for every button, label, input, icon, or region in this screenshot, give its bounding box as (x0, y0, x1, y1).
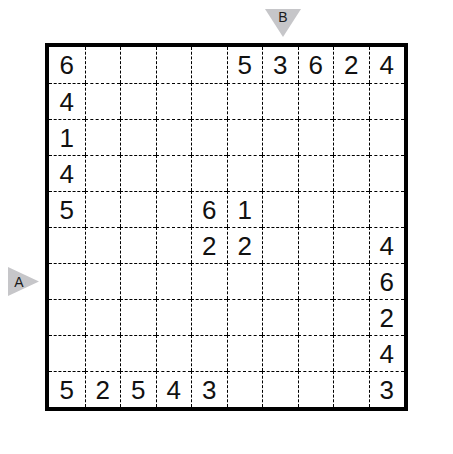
puzzle-diagram: B A 653624414561224624525433 (0, 0, 453, 454)
cell-r10c8[interactable] (298, 371, 334, 407)
clue-number: 4 (167, 377, 181, 403)
clue-number: 5 (238, 52, 252, 78)
cell-r10c2[interactable]: 2 (85, 371, 121, 407)
cell-r8c1[interactable] (49, 299, 85, 335)
clue-number: 3 (380, 377, 394, 403)
cell-r8c2[interactable] (85, 299, 121, 335)
cell-r3c6[interactable] (227, 119, 263, 155)
clue-number: 6 (309, 52, 323, 78)
cell-r10c3[interactable]: 5 (120, 371, 156, 407)
cell-r9c6[interactable] (227, 335, 263, 371)
cell-r7c4[interactable] (156, 263, 192, 299)
clue-number: 4 (380, 52, 394, 78)
cell-r8c5[interactable] (191, 299, 227, 335)
clue-number: 2 (96, 377, 110, 403)
cell-r5c2[interactable] (85, 191, 121, 227)
cell-r6c5[interactable]: 2 (191, 227, 227, 263)
cell-r7c10[interactable]: 6 (369, 263, 405, 299)
clue-number: 5 (60, 197, 74, 223)
cell-r3c3[interactable] (120, 119, 156, 155)
clue-number: 1 (60, 125, 74, 151)
cell-r8c8[interactable] (298, 299, 334, 335)
cell-r8c10[interactable]: 2 (369, 299, 405, 335)
cell-r10c10[interactable]: 3 (369, 371, 405, 407)
cell-r3c8[interactable] (298, 119, 334, 155)
cell-r5c10[interactable] (369, 191, 405, 227)
cell-r3c10[interactable] (369, 119, 405, 155)
marker-b-label: B (265, 10, 301, 24)
cell-r9c1[interactable] (49, 335, 85, 371)
cell-r8c9[interactable] (333, 299, 369, 335)
cell-r9c9[interactable] (333, 335, 369, 371)
cell-r7c5[interactable] (191, 263, 227, 299)
cell-r4c10[interactable] (369, 155, 405, 191)
cell-r9c2[interactable] (85, 335, 121, 371)
cell-r5c7[interactable] (262, 191, 298, 227)
cell-r4c6[interactable] (227, 155, 263, 191)
cell-r5c8[interactable] (298, 191, 334, 227)
cell-r1c3[interactable] (120, 47, 156, 83)
clue-number: 6 (60, 52, 74, 78)
cell-r3c9[interactable] (333, 119, 369, 155)
clue-number: 4 (380, 341, 394, 367)
cell-r6c7[interactable] (262, 227, 298, 263)
cell-r9c4[interactable] (156, 335, 192, 371)
cell-r2c10[interactable] (369, 83, 405, 119)
clue-number: 3 (273, 52, 287, 78)
cell-r6c8[interactable] (298, 227, 334, 263)
clue-number: 4 (380, 233, 394, 259)
cell-r1c10[interactable]: 4 (369, 47, 405, 83)
clue-number: 6 (202, 197, 216, 223)
cell-r8c6[interactable] (227, 299, 263, 335)
clue-number: 6 (380, 269, 394, 295)
cell-r1c1[interactable]: 6 (49, 47, 85, 83)
cell-r6c6[interactable]: 2 (227, 227, 263, 263)
clue-number: 4 (60, 161, 74, 187)
marker-a-label: A (12, 275, 26, 289)
cell-r2c1[interactable]: 4 (49, 83, 85, 119)
clue-number: 2 (344, 52, 358, 78)
cell-r9c5[interactable] (191, 335, 227, 371)
cell-r3c4[interactable] (156, 119, 192, 155)
cell-r3c7[interactable] (262, 119, 298, 155)
clue-number: 2 (202, 233, 216, 259)
cell-r1c9[interactable]: 2 (333, 47, 369, 83)
cell-r7c9[interactable] (333, 263, 369, 299)
cell-r6c3[interactable] (120, 227, 156, 263)
cell-r1c7[interactable]: 3 (262, 47, 298, 83)
cell-r5c5[interactable]: 6 (191, 191, 227, 227)
cell-r1c8[interactable]: 6 (298, 47, 334, 83)
clue-number: 2 (380, 305, 394, 331)
cell-r6c4[interactable] (156, 227, 192, 263)
cell-r1c2[interactable] (85, 47, 121, 83)
cell-r1c6[interactable]: 5 (227, 47, 263, 83)
puzzle-grid: 653624414561224624525433 (45, 43, 408, 411)
clue-number: 3 (202, 377, 216, 403)
cell-r6c10[interactable]: 4 (369, 227, 405, 263)
clue-number: 5 (131, 377, 145, 403)
clue-number: 2 (238, 233, 252, 259)
cell-r10c5[interactable]: 3 (191, 371, 227, 407)
cell-r6c2[interactable] (85, 227, 121, 263)
cell-r7c8[interactable] (298, 263, 334, 299)
cell-r4c1[interactable]: 4 (49, 155, 85, 191)
cell-r4c3[interactable] (120, 155, 156, 191)
clue-number: 4 (60, 89, 74, 115)
cell-r7c2[interactable] (85, 263, 121, 299)
cell-r10c4[interactable]: 4 (156, 371, 192, 407)
cell-r2c2[interactable] (85, 83, 121, 119)
clue-number: 5 (60, 377, 74, 403)
cell-r4c9[interactable] (333, 155, 369, 191)
cell-r8c7[interactable] (262, 299, 298, 335)
cell-r9c10[interactable]: 4 (369, 335, 405, 371)
cell-r9c8[interactable] (298, 335, 334, 371)
cell-r4c5[interactable] (191, 155, 227, 191)
cell-r2c4[interactable] (156, 83, 192, 119)
cell-r10c9[interactable] (333, 371, 369, 407)
cell-r4c8[interactable] (298, 155, 334, 191)
cell-r1c4[interactable] (156, 47, 192, 83)
cell-r3c1[interactable]: 1 (49, 119, 85, 155)
cell-r10c7[interactable] (262, 371, 298, 407)
cell-r2c8[interactable] (298, 83, 334, 119)
cell-r8c3[interactable] (120, 299, 156, 335)
cell-r5c6[interactable]: 1 (227, 191, 263, 227)
cell-r2c6[interactable] (227, 83, 263, 119)
cell-r5c3[interactable] (120, 191, 156, 227)
cell-r4c2[interactable] (85, 155, 121, 191)
cell-r4c7[interactable] (262, 155, 298, 191)
cell-r6c9[interactable] (333, 227, 369, 263)
cell-r3c2[interactable] (85, 119, 121, 155)
cell-r5c4[interactable] (156, 191, 192, 227)
cell-r6c1[interactable] (49, 227, 85, 263)
cell-r10c1[interactable]: 5 (49, 371, 85, 407)
cell-r5c1[interactable]: 5 (49, 191, 85, 227)
cell-r2c9[interactable] (333, 83, 369, 119)
cell-r1c5[interactable] (191, 47, 227, 83)
answer-marker-a: A (8, 267, 39, 296)
cell-r3c5[interactable] (191, 119, 227, 155)
clue-number: 1 (238, 197, 252, 223)
cell-r9c7[interactable] (262, 335, 298, 371)
cell-r9c3[interactable] (120, 335, 156, 371)
cell-r2c3[interactable] (120, 83, 156, 119)
cell-r5c9[interactable] (333, 191, 369, 227)
cell-r4c4[interactable] (156, 155, 192, 191)
cell-r8c4[interactable] (156, 299, 192, 335)
cell-r7c3[interactable] (120, 263, 156, 299)
answer-marker-b: B (265, 9, 301, 37)
cell-r2c7[interactable] (262, 83, 298, 119)
cell-r7c1[interactable] (49, 263, 85, 299)
cell-r7c7[interactable] (262, 263, 298, 299)
cell-r2c5[interactable] (191, 83, 227, 119)
cell-r10c6[interactable] (227, 371, 263, 407)
cell-r7c6[interactable] (227, 263, 263, 299)
